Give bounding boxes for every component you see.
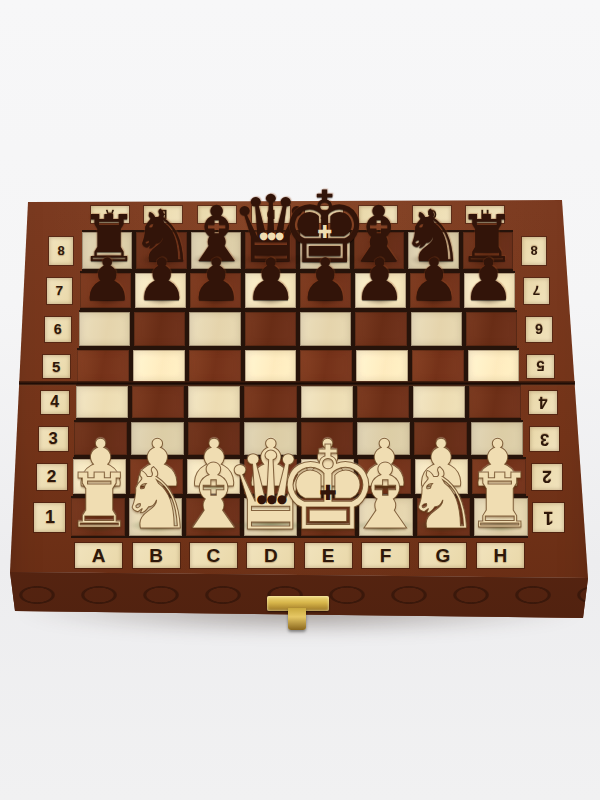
piece-shadow-d8 xyxy=(241,253,300,266)
board-row-rank-3 xyxy=(74,420,523,457)
file-label-bottom-e: E xyxy=(305,543,352,568)
square-h4 xyxy=(469,386,521,418)
rank-label-right-4: 4 xyxy=(529,391,557,414)
piece-shadow-g1 xyxy=(416,519,470,532)
square-d4 xyxy=(244,386,296,418)
file-label-top-a: A xyxy=(91,206,129,223)
board-hinge-seam xyxy=(19,381,575,386)
piece-shadow-c1 xyxy=(185,519,243,532)
file-label-bottom-g: G xyxy=(419,543,466,568)
square-e5 xyxy=(300,350,352,382)
file-label-top-b: B xyxy=(144,206,182,223)
square-a6 xyxy=(79,312,130,346)
board-row-rank-5 xyxy=(77,348,519,384)
square-g6 xyxy=(411,312,462,346)
square-d5 xyxy=(245,350,297,382)
board-row-rank-6 xyxy=(79,310,518,348)
square-c3 xyxy=(188,422,241,455)
square-g4 xyxy=(413,386,465,418)
piece-shadow-c8 xyxy=(192,253,242,266)
square-d3 xyxy=(244,422,297,455)
piece-shadow-c7 xyxy=(198,292,235,305)
rank-label-left-2: 2 xyxy=(37,464,67,490)
square-c5 xyxy=(189,350,241,382)
square-c4 xyxy=(188,386,240,418)
piece-shadow-b2 xyxy=(136,478,178,491)
rank-label-left-4: 4 xyxy=(41,391,69,414)
rank-label-left-1: 1 xyxy=(34,503,65,532)
file-label-bottom-b: B xyxy=(133,543,180,568)
piece-shadow-a8 xyxy=(88,253,129,266)
rank-label-right-6: 6 xyxy=(526,317,552,342)
brass-clasp-tab xyxy=(288,608,306,630)
square-g5 xyxy=(412,350,464,382)
piece-shadow-b7 xyxy=(143,292,180,305)
piece-shadow-g2 xyxy=(420,478,462,491)
piece-shadow-h2 xyxy=(477,478,519,491)
square-d6 xyxy=(245,312,296,346)
square-g3 xyxy=(414,422,467,455)
file-label-top-h: H xyxy=(466,206,504,223)
piece-shadow-d7 xyxy=(252,292,289,305)
rank-label-right-8: 8 xyxy=(522,237,546,265)
piece-shadow-d2 xyxy=(250,478,292,491)
file-label-top-d: D xyxy=(252,206,290,223)
piece-shadow-e1 xyxy=(291,519,366,532)
piece-shadow-g7 xyxy=(415,292,452,305)
piece-shadow-e7 xyxy=(307,292,344,305)
piece-shadow-f8 xyxy=(354,253,404,266)
square-c6 xyxy=(189,312,240,346)
rank-label-right-5: 5 xyxy=(527,355,554,378)
square-e6 xyxy=(300,312,351,346)
rank-label-left-7: 7 xyxy=(47,278,72,304)
piece-shadow-e2 xyxy=(307,478,349,491)
square-a3 xyxy=(74,422,127,455)
piece-shadow-c2 xyxy=(193,478,235,491)
file-label-top-f: F xyxy=(359,206,397,223)
file-label-bottom-f: F xyxy=(362,543,409,568)
square-a5 xyxy=(77,350,129,382)
piece-shadow-f2 xyxy=(363,478,405,491)
square-h5 xyxy=(468,350,520,382)
square-e3 xyxy=(301,422,354,455)
square-f3 xyxy=(357,422,410,455)
square-a4 xyxy=(76,386,128,418)
file-label-top-c: C xyxy=(198,206,236,223)
rank-label-right-7: 7 xyxy=(524,278,549,304)
piece-shadow-b1 xyxy=(129,519,183,532)
piece-shadow-f7 xyxy=(361,292,398,305)
square-b5 xyxy=(133,350,185,382)
square-h3 xyxy=(471,422,524,455)
square-e4 xyxy=(301,386,353,418)
file-label-bottom-c: C xyxy=(190,543,237,568)
file-label-bottom-d: D xyxy=(247,543,294,568)
square-b4 xyxy=(132,386,184,418)
piece-shadow-g8 xyxy=(410,253,456,266)
piece-shadow-a2 xyxy=(80,478,122,491)
piece-shadow-h1 xyxy=(476,519,524,532)
file-label-top-e: E xyxy=(305,206,343,223)
piece-shadow-a7 xyxy=(89,292,126,305)
piece-shadow-f1 xyxy=(356,519,414,532)
piece-shadow-b8 xyxy=(140,253,186,266)
square-f5 xyxy=(356,350,408,382)
rank-label-right-1: 1 xyxy=(533,503,564,532)
square-f6 xyxy=(355,312,406,346)
square-b6 xyxy=(134,312,185,346)
square-b3 xyxy=(131,422,184,455)
piece-shadow-e8 xyxy=(293,253,357,266)
file-label-bottom-a: A xyxy=(75,543,122,568)
rank-label-left-8: 8 xyxy=(49,237,73,265)
rank-label-left-5: 5 xyxy=(43,355,70,378)
file-label-top-g: G xyxy=(413,206,451,223)
square-h6 xyxy=(466,312,517,346)
piece-shadow-a1 xyxy=(75,519,123,532)
rank-label-left-6: 6 xyxy=(45,317,71,342)
rank-label-right-2: 2 xyxy=(532,464,562,490)
piece-shadow-h7 xyxy=(470,292,507,305)
square-f4 xyxy=(357,386,409,418)
rank-label-right-3: 3 xyxy=(530,427,559,451)
board-row-rank-4 xyxy=(76,384,522,420)
piece-shadow-h8 xyxy=(466,253,507,266)
rank-label-left-3: 3 xyxy=(39,427,68,451)
file-label-bottom-h: H xyxy=(477,543,524,568)
photo-background: 8877665544332211AABBCCDDEEFFGGHH ♜♞♝♛● ●… xyxy=(0,0,600,800)
